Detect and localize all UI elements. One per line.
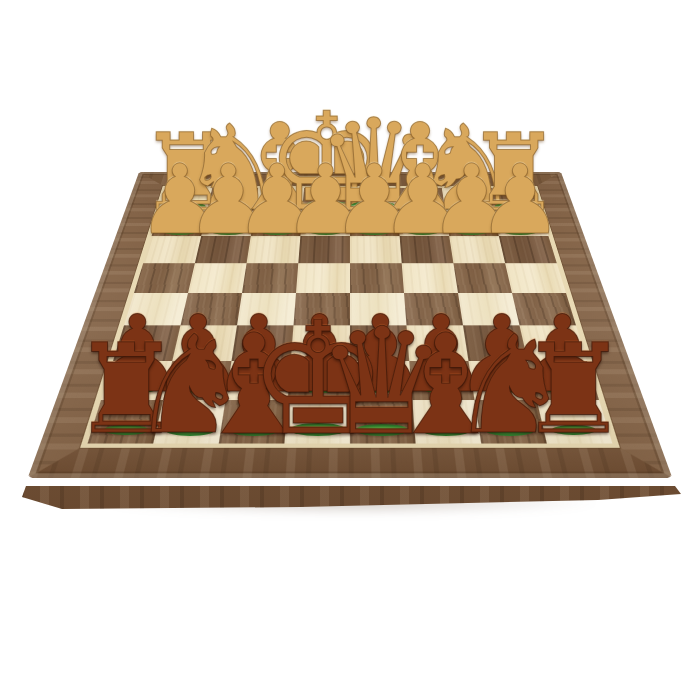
black-rook-icon: ♜ [518,328,629,452]
white-pawn-icon: ♟ [477,152,563,248]
photo-scene: ♜♞♝♚♛♝♞♜♟♟♟♟♟♟♟♟♟♟♟♟♟♟♟♟♜♞♝♚♛♝♞♜ [0,0,700,700]
pieces-layer: ♜♞♝♚♛♝♞♜♟♟♟♟♟♟♟♟♟♟♟♟♟♟♟♟♜♞♝♚♛♝♞♜ [0,0,700,700]
